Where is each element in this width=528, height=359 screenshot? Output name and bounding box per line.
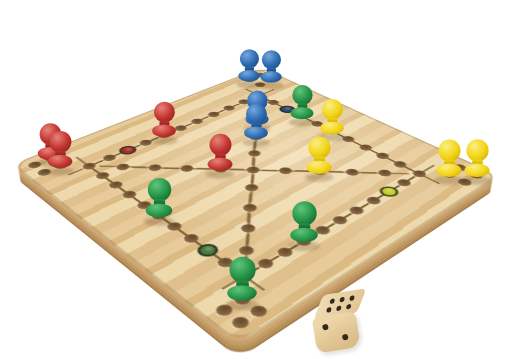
board-grid: [20, 70, 490, 336]
board-hole: [113, 162, 131, 171]
board-hole: [244, 165, 262, 175]
die-pip: [345, 304, 350, 310]
board-hole: [277, 166, 295, 176]
pawn-head: [39, 124, 61, 146]
board-hole: [238, 223, 258, 235]
board-hole: [34, 168, 52, 178]
die-pip: [322, 324, 329, 331]
die-pip: [339, 297, 344, 303]
board-hole: [310, 167, 328, 177]
die-pip: [349, 295, 354, 301]
board-hole: [343, 168, 361, 178]
board-cell: [237, 161, 270, 178]
board-hole: [247, 133, 264, 141]
board-hole: [456, 177, 475, 187]
board-hole: [250, 105, 266, 112]
wooden-die: [308, 287, 383, 359]
board-hole: [229, 315, 252, 331]
board-hole: [249, 119, 265, 127]
board-cell: [336, 164, 369, 182]
board-hole: [253, 81, 268, 88]
board-hole: [246, 149, 263, 158]
board-3d: [12, 67, 500, 344]
scene: [0, 0, 528, 359]
board-top-surface: [12, 67, 500, 344]
board-hole: [51, 161, 69, 170]
board-hole: [211, 165, 229, 174]
die-pip: [342, 334, 349, 341]
die-pip: [336, 306, 341, 312]
board-hole: [178, 164, 196, 173]
ludo-board: [117, 34, 389, 306]
die-front-face: [312, 311, 361, 353]
board-hole: [240, 202, 259, 213]
board-hole: [377, 168, 395, 178]
die-pip: [329, 298, 334, 304]
board-hole: [146, 163, 164, 172]
pawn-head: [466, 140, 488, 162]
die-pip: [326, 307, 331, 313]
